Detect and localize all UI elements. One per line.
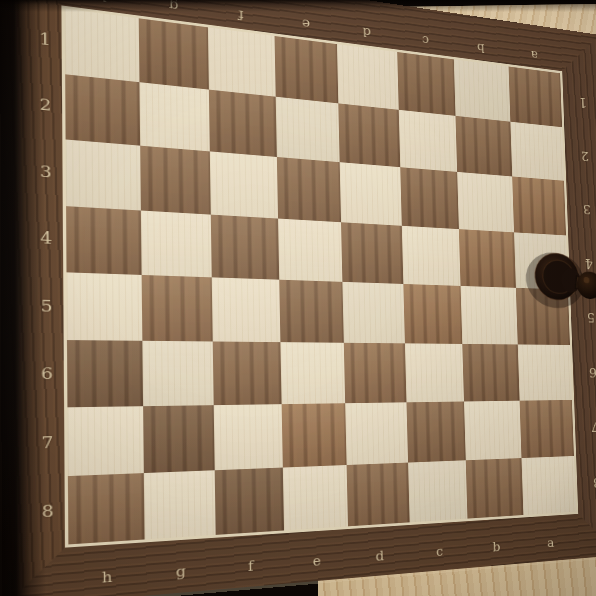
rank-label-right-3: 3 (574, 182, 596, 237)
square-b4[interactable] (459, 229, 516, 288)
square-b2[interactable] (455, 115, 511, 176)
square-a3[interactable] (512, 176, 566, 235)
chess-board: hgfedcbahgfedcba1234567812345678 (0, 0, 596, 596)
board-inner-border (61, 5, 578, 547)
square-g1[interactable] (138, 18, 209, 89)
rank-label-left-7: 7 (29, 407, 66, 477)
square-d3[interactable] (340, 162, 402, 225)
square-e2[interactable] (275, 96, 339, 162)
square-g7[interactable] (143, 405, 215, 472)
square-g4[interactable] (140, 210, 211, 277)
square-d2[interactable] (338, 103, 400, 167)
square-f4[interactable] (211, 214, 279, 280)
square-f3[interactable] (210, 151, 278, 218)
square-b1[interactable] (454, 59, 510, 121)
square-d1[interactable] (337, 44, 398, 109)
rank-label-left-8: 8 (29, 476, 66, 547)
square-b5[interactable] (461, 286, 518, 344)
square-d6[interactable] (344, 342, 406, 403)
square-g3[interactable] (140, 146, 211, 215)
square-g8[interactable] (143, 470, 215, 540)
rank-label-right-8: 8 (584, 454, 596, 511)
square-c4[interactable] (401, 225, 460, 286)
square-a2[interactable] (510, 121, 564, 180)
rank-label-right-2: 2 (572, 128, 596, 184)
square-a6[interactable] (517, 344, 572, 401)
square-f6[interactable] (213, 341, 281, 405)
square-b3[interactable] (457, 172, 513, 232)
square-e8[interactable] (282, 465, 348, 531)
black-pawn[interactable] (514, 233, 596, 324)
rank-label-left-1: 1 (27, 4, 63, 74)
square-f8[interactable] (215, 467, 284, 535)
square-c5[interactable] (403, 284, 462, 344)
square-f1[interactable] (208, 27, 275, 96)
black-pawn-shape (524, 248, 596, 315)
square-h6[interactable] (67, 340, 143, 408)
rank-label-left-2: 2 (28, 70, 64, 139)
square-c1[interactable] (397, 52, 456, 116)
square-g5[interactable] (141, 275, 213, 341)
rank-label-left-6: 6 (29, 339, 65, 408)
board-photo-scene: hgfedcbahgfedcba1234567812345678 (0, 0, 596, 596)
square-e4[interactable] (278, 218, 343, 282)
square-c7[interactable] (406, 401, 466, 462)
square-d8[interactable] (347, 462, 410, 526)
rank-label-left-4: 4 (28, 203, 64, 272)
square-c8[interactable] (408, 460, 468, 523)
square-e5[interactable] (279, 280, 344, 343)
square-h8[interactable] (68, 473, 144, 545)
square-e3[interactable] (276, 157, 341, 222)
square-h7[interactable] (67, 406, 143, 475)
square-b6[interactable] (462, 344, 519, 402)
square-f5[interactable] (212, 277, 280, 341)
rank-label-right-7: 7 (582, 399, 596, 455)
square-c2[interactable] (398, 109, 457, 172)
rank-label-right-1: 1 (570, 75, 595, 131)
square-e1[interactable] (274, 36, 338, 103)
square-c6[interactable] (404, 343, 464, 402)
square-e7[interactable] (281, 403, 346, 467)
square-c3[interactable] (400, 167, 459, 229)
square-b8[interactable] (466, 458, 523, 519)
square-h5[interactable] (66, 272, 141, 340)
square-h3[interactable] (66, 139, 141, 210)
square-g6[interactable] (142, 340, 214, 406)
square-h1[interactable] (65, 9, 139, 82)
square-a7[interactable] (519, 400, 574, 458)
rank-label-left-3: 3 (28, 136, 64, 205)
square-g2[interactable] (139, 82, 210, 152)
board-grid (65, 9, 576, 545)
square-d5[interactable] (342, 282, 404, 343)
square-a1[interactable] (508, 66, 562, 126)
square-d4[interactable] (341, 222, 403, 284)
square-f7[interactable] (214, 404, 283, 470)
square-b7[interactable] (464, 401, 521, 460)
square-a8[interactable] (521, 456, 576, 515)
rank-label-right-6: 6 (580, 345, 596, 400)
square-h2[interactable] (65, 74, 140, 146)
square-f2[interactable] (209, 89, 277, 157)
square-h4[interactable] (66, 206, 141, 275)
square-e6[interactable] (280, 342, 345, 404)
rank-label-left-5: 5 (28, 271, 64, 340)
square-d7[interactable] (345, 402, 407, 464)
